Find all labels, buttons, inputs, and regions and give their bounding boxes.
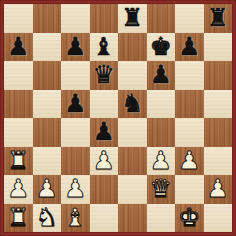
- square-h7[interactable]: [204, 33, 233, 62]
- square-g5[interactable]: [175, 90, 204, 119]
- square-c3[interactable]: [61, 147, 90, 176]
- square-c8[interactable]: [61, 4, 90, 33]
- square-h6[interactable]: [204, 61, 233, 90]
- piece-black-pawn[interactable]: ♟: [64, 33, 86, 61]
- square-h8[interactable]: ♜: [204, 4, 233, 33]
- square-c7[interactable]: ♟: [61, 33, 90, 62]
- square-f4[interactable]: [147, 118, 176, 147]
- square-d1[interactable]: [90, 204, 119, 233]
- square-d8[interactable]: [90, 4, 119, 33]
- square-a2[interactable]: ♟: [4, 175, 33, 204]
- piece-white-knight[interactable]: ♞: [36, 204, 58, 232]
- square-f3[interactable]: ♟: [147, 147, 176, 176]
- square-f5[interactable]: [147, 90, 176, 119]
- piece-black-knight[interactable]: ♞: [121, 90, 143, 118]
- square-f1[interactable]: [147, 204, 176, 233]
- square-d3[interactable]: ♟: [90, 147, 119, 176]
- piece-black-rook[interactable]: ♜: [207, 4, 229, 32]
- piece-black-pawn[interactable]: ♟: [64, 90, 86, 118]
- square-f2[interactable]: ♛: [147, 175, 176, 204]
- piece-black-bishop[interactable]: ♝: [93, 33, 115, 61]
- square-h2[interactable]: ♟: [204, 175, 233, 204]
- square-c4[interactable]: [61, 118, 90, 147]
- piece-white-pawn[interactable]: ♟: [36, 175, 58, 203]
- square-h5[interactable]: [204, 90, 233, 119]
- square-g7[interactable]: ♟: [175, 33, 204, 62]
- square-d4[interactable]: ♟: [90, 118, 119, 147]
- square-a3[interactable]: ♜: [4, 147, 33, 176]
- piece-white-pawn[interactable]: ♟: [178, 147, 200, 175]
- square-f8[interactable]: [147, 4, 176, 33]
- piece-black-pawn[interactable]: ♟: [93, 118, 115, 146]
- square-f6[interactable]: ♟: [147, 61, 176, 90]
- square-d7[interactable]: ♝: [90, 33, 119, 62]
- piece-white-bishop[interactable]: ♝: [64, 204, 86, 232]
- square-b3[interactable]: [33, 147, 62, 176]
- square-e8[interactable]: ♜: [118, 4, 147, 33]
- square-g4[interactable]: [175, 118, 204, 147]
- piece-white-rook[interactable]: ♜: [7, 204, 29, 232]
- square-c5[interactable]: ♟: [61, 90, 90, 119]
- square-c2[interactable]: ♟: [61, 175, 90, 204]
- piece-white-queen[interactable]: ♛: [150, 175, 172, 203]
- square-e6[interactable]: [118, 61, 147, 90]
- piece-white-pawn[interactable]: ♟: [207, 175, 229, 203]
- square-d5[interactable]: [90, 90, 119, 119]
- piece-white-pawn[interactable]: ♟: [150, 147, 172, 175]
- square-e5[interactable]: ♞: [118, 90, 147, 119]
- square-g8[interactable]: [175, 4, 204, 33]
- square-g2[interactable]: [175, 175, 204, 204]
- piece-white-rook[interactable]: ♜: [7, 147, 29, 175]
- square-g3[interactable]: ♟: [175, 147, 204, 176]
- chess-board: ♜♜♟♟♝♚♟♛♟♟♞♟♜♟♟♟♟♟♟♛♟♜♞♝♚: [4, 4, 232, 232]
- square-b1[interactable]: ♞: [33, 204, 62, 233]
- square-h3[interactable]: [204, 147, 233, 176]
- square-b6[interactable]: [33, 61, 62, 90]
- square-e7[interactable]: [118, 33, 147, 62]
- piece-white-king[interactable]: ♚: [178, 204, 200, 232]
- square-g1[interactable]: ♚: [175, 204, 204, 233]
- square-c1[interactable]: ♝: [61, 204, 90, 233]
- piece-white-pawn[interactable]: ♟: [93, 147, 115, 175]
- square-b8[interactable]: [33, 4, 62, 33]
- square-e3[interactable]: [118, 147, 147, 176]
- piece-black-rook[interactable]: ♜: [121, 4, 143, 32]
- board-frame: ♜♜♟♟♝♚♟♛♟♟♞♟♜♟♟♟♟♟♟♛♟♜♞♝♚: [0, 0, 236, 236]
- square-a5[interactable]: [4, 90, 33, 119]
- square-c6[interactable]: [61, 61, 90, 90]
- square-d2[interactable]: [90, 175, 119, 204]
- piece-black-pawn[interactable]: ♟: [150, 61, 172, 89]
- piece-black-queen[interactable]: ♛: [93, 61, 115, 89]
- piece-black-pawn[interactable]: ♟: [7, 33, 29, 61]
- square-b4[interactable]: [33, 118, 62, 147]
- square-a4[interactable]: [4, 118, 33, 147]
- square-d6[interactable]: ♛: [90, 61, 119, 90]
- square-a1[interactable]: ♜: [4, 204, 33, 233]
- piece-black-pawn[interactable]: ♟: [178, 33, 200, 61]
- square-h4[interactable]: [204, 118, 233, 147]
- square-e2[interactable]: [118, 175, 147, 204]
- piece-black-king[interactable]: ♚: [150, 33, 172, 61]
- piece-white-pawn[interactable]: ♟: [64, 175, 86, 203]
- square-a7[interactable]: ♟: [4, 33, 33, 62]
- piece-white-pawn[interactable]: ♟: [7, 175, 29, 203]
- square-e4[interactable]: [118, 118, 147, 147]
- square-b5[interactable]: [33, 90, 62, 119]
- square-b2[interactable]: ♟: [33, 175, 62, 204]
- square-g6[interactable]: [175, 61, 204, 90]
- square-h1[interactable]: [204, 204, 233, 233]
- square-a6[interactable]: [4, 61, 33, 90]
- square-f7[interactable]: ♚: [147, 33, 176, 62]
- square-b7[interactable]: [33, 33, 62, 62]
- square-a8[interactable]: [4, 4, 33, 33]
- square-e1[interactable]: [118, 204, 147, 233]
